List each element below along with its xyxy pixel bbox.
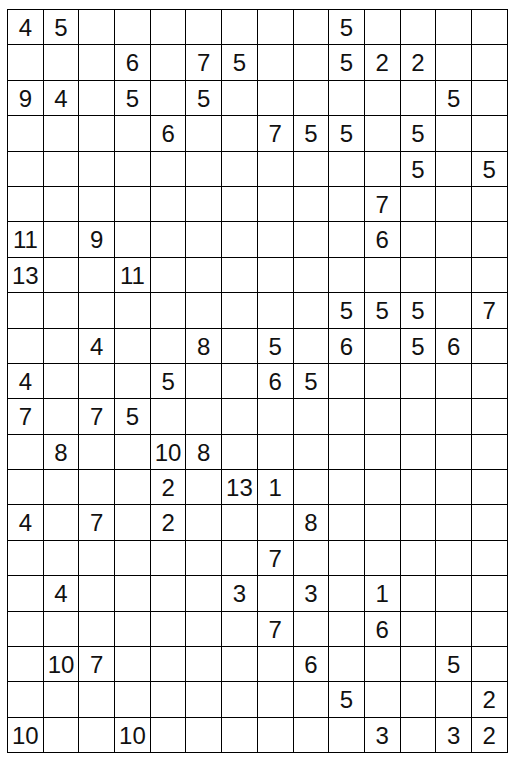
cell-r17c2: 4: [44, 576, 79, 610]
cell-r17c9: 3: [294, 576, 329, 610]
cell-r8c11[interactable]: [365, 258, 400, 292]
cell-r8c2[interactable]: [44, 258, 79, 292]
cell-r9c10: 5: [329, 293, 364, 327]
cell-r6c7[interactable]: [222, 187, 257, 221]
cell-r18c4[interactable]: [115, 612, 150, 646]
cell-r1c9[interactable]: [294, 10, 329, 44]
cell-r5c8[interactable]: [258, 152, 293, 186]
cell-r13c13[interactable]: [436, 435, 471, 469]
cell-r13c11[interactable]: [365, 435, 400, 469]
cell-r18c1[interactable]: [8, 612, 43, 646]
cell-r17c4[interactable]: [115, 576, 150, 610]
cell-r15c13[interactable]: [436, 505, 471, 539]
cell-r16c8: 7: [258, 541, 293, 575]
cell-r12c12[interactable]: [401, 399, 436, 433]
cell-r3c8[interactable]: [258, 81, 293, 115]
cell-r13c9[interactable]: [294, 435, 329, 469]
cell-r10c12: 5: [401, 329, 436, 363]
cell-r12c9[interactable]: [294, 399, 329, 433]
cell-r8c9[interactable]: [294, 258, 329, 292]
cell-r2c2[interactable]: [44, 45, 79, 79]
cell-r7c2[interactable]: [44, 222, 79, 256]
cell-r6c6[interactable]: [186, 187, 221, 221]
cell-r12c2[interactable]: [44, 399, 79, 433]
cell-r16c6[interactable]: [186, 541, 221, 575]
cell-r17c7: 3: [222, 576, 257, 610]
cell-r2c5[interactable]: [151, 45, 186, 79]
cell-r11c1: 4: [8, 364, 43, 398]
cell-r6c1[interactable]: [8, 187, 43, 221]
cell-r16c12[interactable]: [401, 541, 436, 575]
cell-r10c3: 4: [79, 329, 114, 363]
cell-r13c2: 8: [44, 435, 79, 469]
cell-r8c4: 11: [115, 258, 150, 292]
cell-r12c3: 7: [79, 399, 114, 433]
cell-r2c11: 2: [365, 45, 400, 79]
cell-r19c5[interactable]: [151, 647, 186, 681]
cell-r17c3[interactable]: [79, 576, 114, 610]
cell-r9c6[interactable]: [186, 293, 221, 327]
cell-r7c9[interactable]: [294, 222, 329, 256]
cell-r15c11[interactable]: [365, 505, 400, 539]
cell-r20c9[interactable]: [294, 682, 329, 716]
cell-r7c6[interactable]: [186, 222, 221, 256]
cell-r12c8[interactable]: [258, 399, 293, 433]
cell-r14c14[interactable]: [472, 470, 507, 504]
cell-r17c8[interactable]: [258, 576, 293, 610]
cell-r7c10[interactable]: [329, 222, 364, 256]
cell-r13c1[interactable]: [8, 435, 43, 469]
cell-r18c2[interactable]: [44, 612, 79, 646]
cell-r18c5[interactable]: [151, 612, 186, 646]
cell-r21c7[interactable]: [222, 718, 257, 752]
cell-r9c2[interactable]: [44, 293, 79, 327]
cell-r16c9[interactable]: [294, 541, 329, 575]
cell-r14c1[interactable]: [8, 470, 43, 504]
cell-r1c8[interactable]: [258, 10, 293, 44]
cell-r21c2[interactable]: [44, 718, 79, 752]
cell-r7c12[interactable]: [401, 222, 436, 256]
cell-r10c11[interactable]: [365, 329, 400, 363]
cell-r19c12[interactable]: [401, 647, 436, 681]
cell-r3c11[interactable]: [365, 81, 400, 115]
cell-r13c7[interactable]: [222, 435, 257, 469]
cell-r8c14[interactable]: [472, 258, 507, 292]
cell-r20c5[interactable]: [151, 682, 186, 716]
cell-r2c13[interactable]: [436, 45, 471, 79]
cell-r5c7[interactable]: [222, 152, 257, 186]
cell-r2c10: 5: [329, 45, 364, 79]
cell-r2c4: 6: [115, 45, 150, 79]
cell-r19c10[interactable]: [329, 647, 364, 681]
cell-r5c11[interactable]: [365, 152, 400, 186]
cell-r4c4[interactable]: [115, 116, 150, 150]
cell-r3c6: 5: [186, 81, 221, 115]
cell-r1c3[interactable]: [79, 10, 114, 44]
cell-r6c8[interactable]: [258, 187, 293, 221]
cell-r11c11[interactable]: [365, 364, 400, 398]
cell-r16c11[interactable]: [365, 541, 400, 575]
cell-r11c7[interactable]: [222, 364, 257, 398]
cell-r2c9[interactable]: [294, 45, 329, 79]
cell-r20c14: 2: [472, 682, 507, 716]
cell-r9c9[interactable]: [294, 293, 329, 327]
cell-r2c1[interactable]: [8, 45, 43, 79]
cell-r20c3[interactable]: [79, 682, 114, 716]
cell-r19c2: 10: [44, 647, 79, 681]
cell-r15c1: 4: [8, 505, 43, 539]
cell-r9c8[interactable]: [258, 293, 293, 327]
cell-r13c8[interactable]: [258, 435, 293, 469]
cell-r16c5[interactable]: [151, 541, 186, 575]
cell-r19c6[interactable]: [186, 647, 221, 681]
cell-r17c12[interactable]: [401, 576, 436, 610]
cell-r3c7[interactable]: [222, 81, 257, 115]
cell-r4c5: 6: [151, 116, 186, 150]
cell-r1c1: 4: [8, 10, 43, 44]
cell-r15c2[interactable]: [44, 505, 79, 539]
cell-r12c6[interactable]: [186, 399, 221, 433]
cell-r3c3[interactable]: [79, 81, 114, 115]
cell-r18c10[interactable]: [329, 612, 364, 646]
cell-r4c13[interactable]: [436, 116, 471, 150]
cell-r4c3[interactable]: [79, 116, 114, 150]
cell-r13c14[interactable]: [472, 435, 507, 469]
cell-r14c3[interactable]: [79, 470, 114, 504]
cell-r21c8[interactable]: [258, 718, 293, 752]
cell-r4c12: 5: [401, 116, 436, 150]
cell-r10c8: 5: [258, 329, 293, 363]
cell-r11c4[interactable]: [115, 364, 150, 398]
cell-r16c1[interactable]: [8, 541, 43, 575]
cell-r1c11[interactable]: [365, 10, 400, 44]
cell-r8c7[interactable]: [222, 258, 257, 292]
cell-r20c7[interactable]: [222, 682, 257, 716]
cell-r14c9[interactable]: [294, 470, 329, 504]
cell-r3c12[interactable]: [401, 81, 436, 115]
cell-r14c4[interactable]: [115, 470, 150, 504]
cell-r20c13[interactable]: [436, 682, 471, 716]
cell-r11c3[interactable]: [79, 364, 114, 398]
cell-r15c7[interactable]: [222, 505, 257, 539]
cell-r7c11: 6: [365, 222, 400, 256]
cell-r21c4: 10: [115, 718, 150, 752]
cell-r10c7[interactable]: [222, 329, 257, 363]
cell-r18c14[interactable]: [472, 612, 507, 646]
cell-r18c13[interactable]: [436, 612, 471, 646]
cell-r5c3[interactable]: [79, 152, 114, 186]
cell-r7c13[interactable]: [436, 222, 471, 256]
cell-r10c6: 8: [186, 329, 221, 363]
cell-r11c5: 5: [151, 364, 186, 398]
cell-r19c14[interactable]: [472, 647, 507, 681]
cell-r5c12: 5: [401, 152, 436, 186]
cell-r9c3[interactable]: [79, 293, 114, 327]
cell-r15c6[interactable]: [186, 505, 221, 539]
cell-r19c13: 5: [436, 647, 471, 681]
cell-r12c5[interactable]: [151, 399, 186, 433]
cell-r12c4: 5: [115, 399, 150, 433]
puzzle-board: 4556755229455567555557119613115557485656…: [7, 9, 508, 753]
cell-r11c2[interactable]: [44, 364, 79, 398]
cell-r3c14[interactable]: [472, 81, 507, 115]
cell-r14c6[interactable]: [186, 470, 221, 504]
cell-r12c1: 7: [8, 399, 43, 433]
cell-r16c10[interactable]: [329, 541, 364, 575]
cell-r2c3[interactable]: [79, 45, 114, 79]
cell-r2c8[interactable]: [258, 45, 293, 79]
cell-r4c11[interactable]: [365, 116, 400, 150]
cell-r11c9: 5: [294, 364, 329, 398]
cell-r13c5: 10: [151, 435, 186, 469]
cell-r1c13[interactable]: [436, 10, 471, 44]
cell-r3c2: 4: [44, 81, 79, 115]
cell-r10c9[interactable]: [294, 329, 329, 363]
cell-r20c8[interactable]: [258, 682, 293, 716]
cell-r16c14[interactable]: [472, 541, 507, 575]
cell-r13c3[interactable]: [79, 435, 114, 469]
cell-r3c5[interactable]: [151, 81, 186, 115]
cell-r16c7[interactable]: [222, 541, 257, 575]
cell-r8c3[interactable]: [79, 258, 114, 292]
cell-r10c10: 6: [329, 329, 364, 363]
cell-r1c10: 5: [329, 10, 364, 44]
cell-r21c14: 2: [472, 718, 507, 752]
cell-r18c8: 7: [258, 612, 293, 646]
cell-r6c3[interactable]: [79, 187, 114, 221]
cell-r19c1[interactable]: [8, 647, 43, 681]
cell-r3c13: 5: [436, 81, 471, 115]
cell-r21c13: 3: [436, 718, 471, 752]
cell-r18c6[interactable]: [186, 612, 221, 646]
cell-r8c10[interactable]: [329, 258, 364, 292]
cell-r19c11[interactable]: [365, 647, 400, 681]
cell-r19c8[interactable]: [258, 647, 293, 681]
cell-r14c5: 2: [151, 470, 186, 504]
cell-r21c6[interactable]: [186, 718, 221, 752]
cell-r19c9: 6: [294, 647, 329, 681]
cell-r5c1[interactable]: [8, 152, 43, 186]
cell-r12c13[interactable]: [436, 399, 471, 433]
cell-r15c3: 7: [79, 505, 114, 539]
cell-r21c1: 10: [8, 718, 43, 752]
cell-r21c12[interactable]: [401, 718, 436, 752]
cell-r15c4[interactable]: [115, 505, 150, 539]
cell-r4c2[interactable]: [44, 116, 79, 150]
cell-r5c4[interactable]: [115, 152, 150, 186]
cell-r5c6[interactable]: [186, 152, 221, 186]
cell-r18c3[interactable]: [79, 612, 114, 646]
cell-r7c7[interactable]: [222, 222, 257, 256]
cell-r20c4[interactable]: [115, 682, 150, 716]
cell-r12c10[interactable]: [329, 399, 364, 433]
cell-r18c9[interactable]: [294, 612, 329, 646]
cell-r20c11[interactable]: [365, 682, 400, 716]
cell-r13c4[interactable]: [115, 435, 150, 469]
cell-r14c2[interactable]: [44, 470, 79, 504]
cell-r16c2[interactable]: [44, 541, 79, 575]
cell-r6c5[interactable]: [151, 187, 186, 221]
cell-r9c14: 7: [472, 293, 507, 327]
cell-r21c10[interactable]: [329, 718, 364, 752]
cell-r12c11[interactable]: [365, 399, 400, 433]
cell-r5c2[interactable]: [44, 152, 79, 186]
cell-r6c13[interactable]: [436, 187, 471, 221]
cell-r3c1: 9: [8, 81, 43, 115]
cell-r8c12[interactable]: [401, 258, 436, 292]
cell-r13c6: 8: [186, 435, 221, 469]
cell-r11c6[interactable]: [186, 364, 221, 398]
cell-r1c12[interactable]: [401, 10, 436, 44]
cell-r15c12[interactable]: [401, 505, 436, 539]
cell-r20c6[interactable]: [186, 682, 221, 716]
cell-r12c14[interactable]: [472, 399, 507, 433]
cell-r7c5[interactable]: [151, 222, 186, 256]
cell-r7c1: 11: [8, 222, 43, 256]
cell-r9c5[interactable]: [151, 293, 186, 327]
cell-r18c7[interactable]: [222, 612, 257, 646]
cell-r4c14[interactable]: [472, 116, 507, 150]
cell-r6c9[interactable]: [294, 187, 329, 221]
cell-r11c10[interactable]: [329, 364, 364, 398]
cell-r21c5[interactable]: [151, 718, 186, 752]
cell-r1c2: 5: [44, 10, 79, 44]
cell-r16c13[interactable]: [436, 541, 471, 575]
cell-r4c8: 7: [258, 116, 293, 150]
cell-r15c10[interactable]: [329, 505, 364, 539]
cell-r6c14[interactable]: [472, 187, 507, 221]
cell-r1c4[interactable]: [115, 10, 150, 44]
cell-r14c8: 1: [258, 470, 293, 504]
cell-r12c7[interactable]: [222, 399, 257, 433]
cell-r7c4[interactable]: [115, 222, 150, 256]
cell-r17c14[interactable]: [472, 576, 507, 610]
cell-r5c5[interactable]: [151, 152, 186, 186]
cell-r4c1[interactable]: [8, 116, 43, 150]
cell-r2c6: 7: [186, 45, 221, 79]
cell-r4c7[interactable]: [222, 116, 257, 150]
cell-r5c13[interactable]: [436, 152, 471, 186]
cell-r10c1[interactable]: [8, 329, 43, 363]
cell-r11c8: 6: [258, 364, 293, 398]
cell-r6c2[interactable]: [44, 187, 79, 221]
cell-r1c5[interactable]: [151, 10, 186, 44]
cell-r6c10[interactable]: [329, 187, 364, 221]
cell-r17c6[interactable]: [186, 576, 221, 610]
cell-r9c7[interactable]: [222, 293, 257, 327]
cell-r21c9[interactable]: [294, 718, 329, 752]
cell-r14c11[interactable]: [365, 470, 400, 504]
cell-r9c4[interactable]: [115, 293, 150, 327]
cell-r6c12[interactable]: [401, 187, 436, 221]
cell-r14c7: 13: [222, 470, 257, 504]
cell-r11c12[interactable]: [401, 364, 436, 398]
cell-r20c10: 5: [329, 682, 364, 716]
cell-r20c12[interactable]: [401, 682, 436, 716]
cell-r10c14[interactable]: [472, 329, 507, 363]
cell-r9c12: 5: [401, 293, 436, 327]
cell-r8c1: 13: [8, 258, 43, 292]
cell-r5c14: 5: [472, 152, 507, 186]
cell-r15c9: 8: [294, 505, 329, 539]
cell-r9c13[interactable]: [436, 293, 471, 327]
cell-r16c4[interactable]: [115, 541, 150, 575]
cell-r21c11: 3: [365, 718, 400, 752]
cell-r8c13[interactable]: [436, 258, 471, 292]
cell-r10c13: 6: [436, 329, 471, 363]
cell-r7c3: 9: [79, 222, 114, 256]
cell-r14c12[interactable]: [401, 470, 436, 504]
cell-r19c3: 7: [79, 647, 114, 681]
cell-r17c10[interactable]: [329, 576, 364, 610]
cell-r5c10[interactable]: [329, 152, 364, 186]
cell-r14c13[interactable]: [436, 470, 471, 504]
cell-r19c7[interactable]: [222, 647, 257, 681]
cell-r7c14[interactable]: [472, 222, 507, 256]
cell-r9c1[interactable]: [8, 293, 43, 327]
cell-r5c9[interactable]: [294, 152, 329, 186]
cell-r20c1[interactable]: [8, 682, 43, 716]
cell-r18c11: 6: [365, 612, 400, 646]
cell-r15c5: 2: [151, 505, 186, 539]
cell-r9c11: 5: [365, 293, 400, 327]
cell-r19c4[interactable]: [115, 647, 150, 681]
cell-r14c10[interactable]: [329, 470, 364, 504]
cell-r6c11: 7: [365, 187, 400, 221]
cell-r8c5[interactable]: [151, 258, 186, 292]
cell-r1c14[interactable]: [472, 10, 507, 44]
cell-r4c10: 5: [329, 116, 364, 150]
cell-r18c12[interactable]: [401, 612, 436, 646]
cell-r11c14[interactable]: [472, 364, 507, 398]
cell-r17c11: 1: [365, 576, 400, 610]
cell-r6c4[interactable]: [115, 187, 150, 221]
cell-r21c3[interactable]: [79, 718, 114, 752]
cell-r10c4[interactable]: [115, 329, 150, 363]
cell-r17c13[interactable]: [436, 576, 471, 610]
cell-r13c12[interactable]: [401, 435, 436, 469]
cell-r15c14[interactable]: [472, 505, 507, 539]
cell-r1c6[interactable]: [186, 10, 221, 44]
cell-r3c10[interactable]: [329, 81, 364, 115]
cell-r17c5[interactable]: [151, 576, 186, 610]
cell-r3c4: 5: [115, 81, 150, 115]
cell-r4c9: 5: [294, 116, 329, 150]
cell-r3c9[interactable]: [294, 81, 329, 115]
cell-r2c14[interactable]: [472, 45, 507, 79]
cell-r17c1[interactable]: [8, 576, 43, 610]
cell-r4c6[interactable]: [186, 116, 221, 150]
cell-r20c2[interactable]: [44, 682, 79, 716]
cell-r8c6[interactable]: [186, 258, 221, 292]
cell-r11c13[interactable]: [436, 364, 471, 398]
cell-r1c7[interactable]: [222, 10, 257, 44]
cell-r10c2[interactable]: [44, 329, 79, 363]
cell-r2c12: 2: [401, 45, 436, 79]
cell-r7c8[interactable]: [258, 222, 293, 256]
cell-r13c10[interactable]: [329, 435, 364, 469]
cell-r2c7: 5: [222, 45, 257, 79]
cell-r8c8[interactable]: [258, 258, 293, 292]
cell-r10c5[interactable]: [151, 329, 186, 363]
cell-r15c8[interactable]: [258, 505, 293, 539]
cell-r16c3[interactable]: [79, 541, 114, 575]
